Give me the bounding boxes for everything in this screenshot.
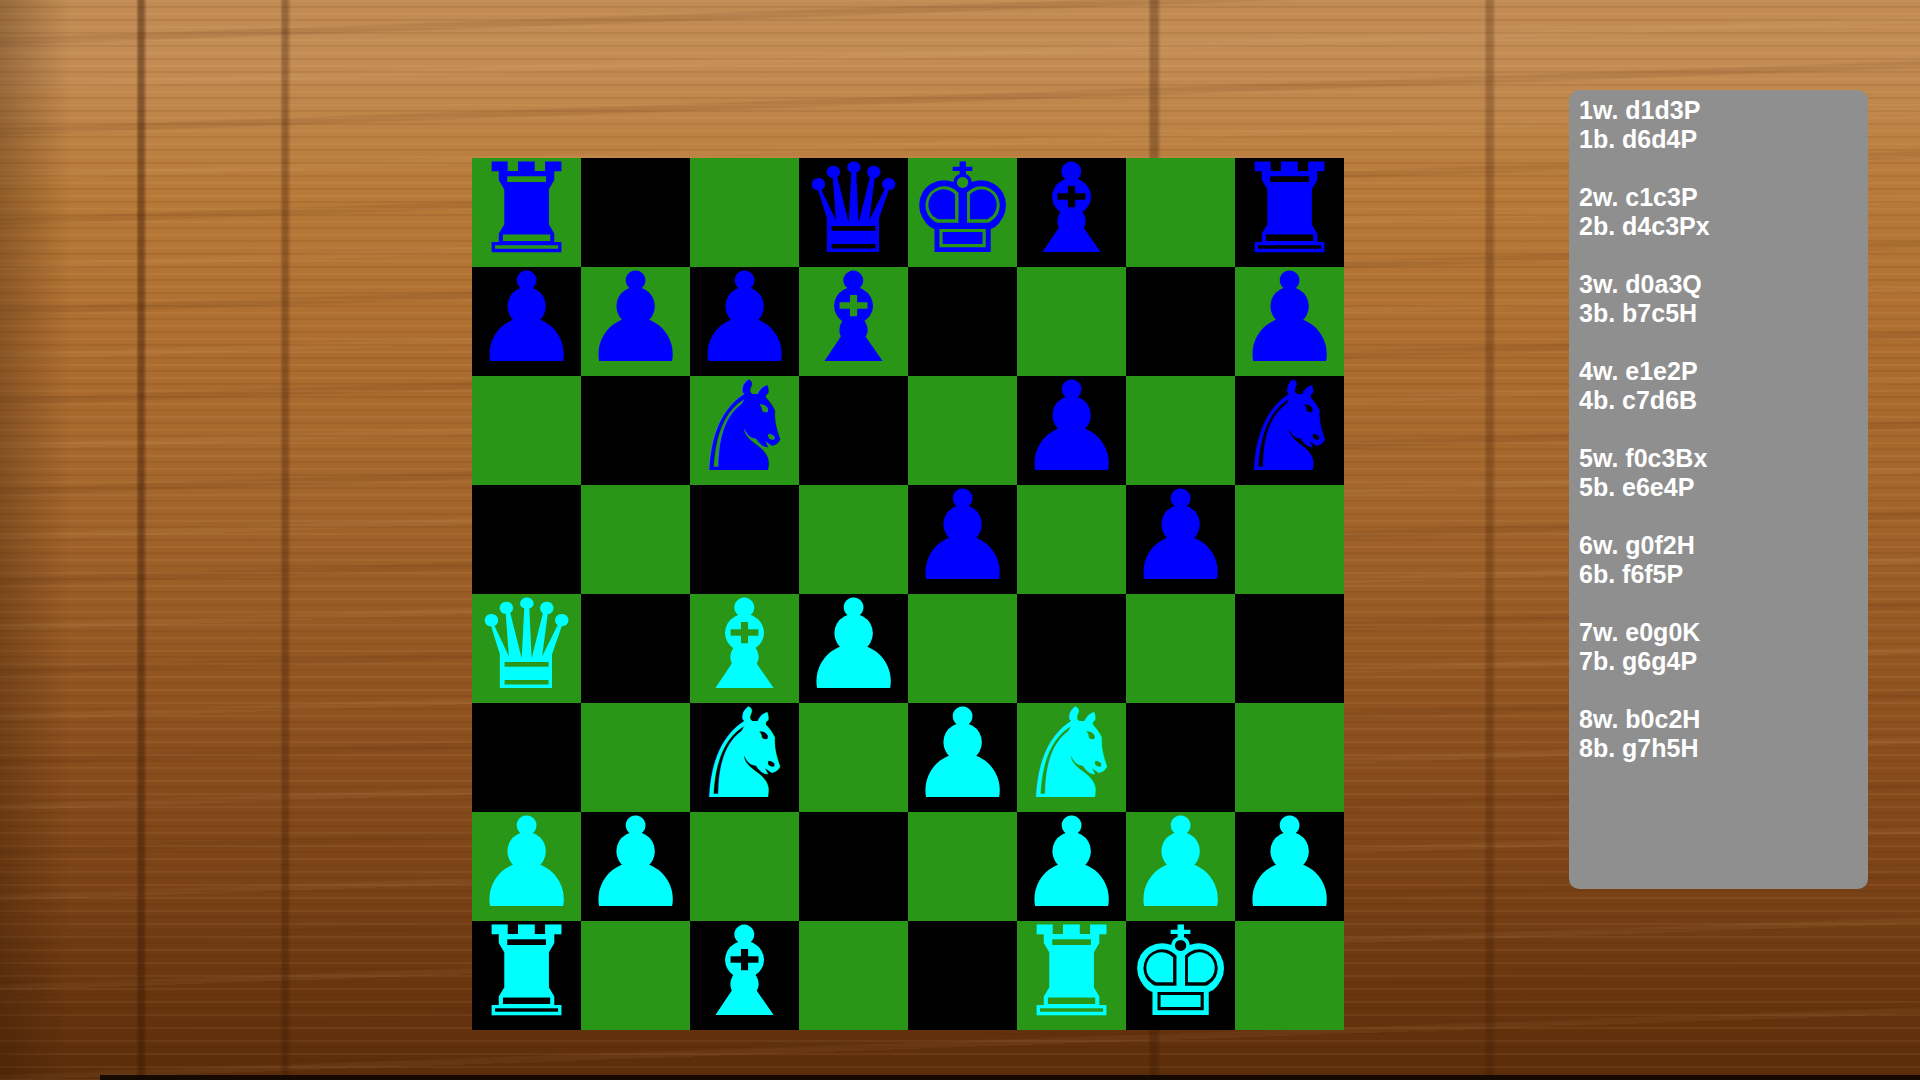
piece-black-pawn: ♟ <box>471 256 582 380</box>
square-d2[interactable] <box>799 812 908 921</box>
piece-white-pawn: ♟ <box>580 801 691 925</box>
square-e1[interactable] <box>908 921 1017 1030</box>
square-b7[interactable]: ♟ <box>581 267 690 376</box>
square-d4[interactable]: ♟ <box>799 594 908 703</box>
move-entry: 1w. d1d3P <box>1579 96 1858 125</box>
square-h1[interactable] <box>1235 921 1344 1030</box>
move-entry: 7b. g6g4P <box>1579 647 1858 676</box>
piece-black-knight: ♞ <box>1234 365 1345 489</box>
move-entry: 8w. b0c2H <box>1579 705 1858 734</box>
square-g4[interactable] <box>1126 594 1235 703</box>
move-entry: 6b. f6f5P <box>1579 560 1858 589</box>
piece-black-pawn: ♟ <box>907 474 1018 598</box>
square-e5[interactable]: ♟ <box>908 485 1017 594</box>
move-entry: 3w. d0a3Q <box>1579 270 1858 299</box>
piece-white-rook: ♜ <box>1016 910 1127 1034</box>
move-group-2: 2w. c1c3P2b. d4c3Px <box>1579 183 1858 241</box>
square-g1[interactable]: ♚ <box>1126 921 1235 1030</box>
move-history-panel: 1w. d1d3P1b. d6d4P2w. c1c3P2b. d4c3Px3w.… <box>1569 90 1868 889</box>
move-entry: 5w. f0c3Bx <box>1579 444 1858 473</box>
square-b1[interactable] <box>581 921 690 1030</box>
square-f8[interactable]: ♝ <box>1017 158 1126 267</box>
move-group-3: 3w. d0a3Q3b. b7c5H <box>1579 270 1858 328</box>
move-group-4: 4w. e1e2P4b. c7d6B <box>1579 357 1858 415</box>
square-d3[interactable] <box>799 703 908 812</box>
square-a6[interactable] <box>472 376 581 485</box>
square-e8[interactable]: ♚ <box>908 158 1017 267</box>
piece-white-bishop: ♝ <box>689 910 800 1034</box>
move-entry: 8b. g7h5H <box>1579 734 1858 763</box>
move-entry: 2b. d4c3Px <box>1579 212 1858 241</box>
piece-white-pawn: ♟ <box>1234 801 1345 925</box>
square-h4[interactable] <box>1235 594 1344 703</box>
square-c3[interactable]: ♞ <box>690 703 799 812</box>
square-b6[interactable] <box>581 376 690 485</box>
move-entry: 7w. e0g0K <box>1579 618 1858 647</box>
move-list: 1w. d1d3P1b. d6d4P2w. c1c3P2b. d4c3Px3w.… <box>1579 96 1858 763</box>
square-g7[interactable] <box>1126 267 1235 376</box>
move-entry: 1b. d6d4P <box>1579 125 1858 154</box>
move-group-6: 6w. g0f2H6b. f6f5P <box>1579 531 1858 589</box>
square-f1[interactable]: ♜ <box>1017 921 1126 1030</box>
move-group-8: 8w. b0c2H8b. g7h5H <box>1579 705 1858 763</box>
square-a4[interactable]: ♛ <box>472 594 581 703</box>
move-entry: 5b. e6e4P <box>1579 473 1858 502</box>
square-f5[interactable] <box>1017 485 1126 594</box>
move-group-1: 1w. d1d3P1b. d6d4P <box>1579 96 1858 154</box>
piece-black-king: ♚ <box>907 147 1018 271</box>
square-a1[interactable]: ♜ <box>472 921 581 1030</box>
square-c6[interactable]: ♞ <box>690 376 799 485</box>
square-e3[interactable]: ♟ <box>908 703 1017 812</box>
chess-board: ♜♛♚♝♜♟♟♟♝♟♞♟♞♟♟♛♝♟♞♟♞♟♟♟♟♟♜♝♜♚ <box>472 158 1344 1030</box>
piece-black-bishop: ♝ <box>798 256 909 380</box>
square-g8[interactable] <box>1126 158 1235 267</box>
square-f6[interactable]: ♟ <box>1017 376 1126 485</box>
piece-black-bishop: ♝ <box>1016 147 1127 271</box>
piece-white-pawn: ♟ <box>798 583 909 707</box>
piece-white-rook: ♜ <box>471 910 582 1034</box>
move-entry: 4b. c7d6B <box>1579 386 1858 415</box>
bottom-shadow-strip <box>100 1075 1920 1080</box>
square-g5[interactable]: ♟ <box>1126 485 1235 594</box>
piece-white-queen: ♛ <box>471 583 582 707</box>
square-e7[interactable] <box>908 267 1017 376</box>
piece-white-knight: ♞ <box>689 692 800 816</box>
move-group-7: 7w. e0g0K7b. g6g4P <box>1579 618 1858 676</box>
move-entry: 6w. g0f2H <box>1579 531 1858 560</box>
square-d1[interactable] <box>799 921 908 1030</box>
piece-white-king: ♚ <box>1125 910 1236 1034</box>
move-entry: 2w. c1c3P <box>1579 183 1858 212</box>
move-group-5: 5w. f0c3Bx5b. e6e4P <box>1579 444 1858 502</box>
piece-black-pawn: ♟ <box>1016 365 1127 489</box>
piece-black-pawn: ♟ <box>580 256 691 380</box>
square-b2[interactable]: ♟ <box>581 812 690 921</box>
move-entry: 3b. b7c5H <box>1579 299 1858 328</box>
square-b5[interactable] <box>581 485 690 594</box>
piece-black-pawn: ♟ <box>1125 474 1236 598</box>
square-d6[interactable] <box>799 376 908 485</box>
piece-white-pawn: ♟ <box>907 692 1018 816</box>
square-h6[interactable]: ♞ <box>1235 376 1344 485</box>
square-b4[interactable] <box>581 594 690 703</box>
square-d7[interactable]: ♝ <box>799 267 908 376</box>
square-h5[interactable] <box>1235 485 1344 594</box>
square-e2[interactable] <box>908 812 1017 921</box>
move-entry: 4w. e1e2P <box>1579 357 1858 386</box>
square-a7[interactable]: ♟ <box>472 267 581 376</box>
square-c1[interactable]: ♝ <box>690 921 799 1030</box>
piece-black-knight: ♞ <box>689 365 800 489</box>
square-h2[interactable]: ♟ <box>1235 812 1344 921</box>
